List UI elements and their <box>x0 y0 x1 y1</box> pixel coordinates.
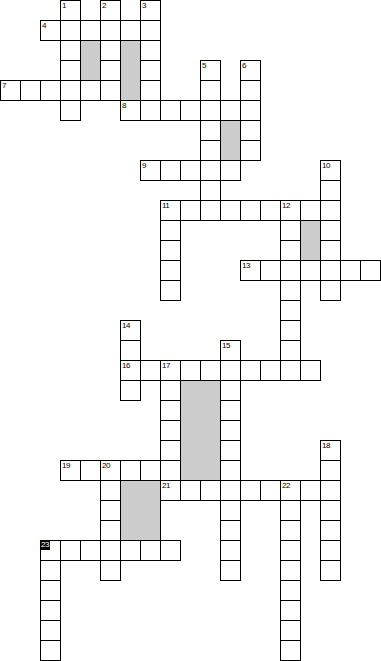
clue-number: 5 <box>202 62 206 70</box>
cell[interactable] <box>240 120 261 141</box>
cell[interactable] <box>200 180 221 201</box>
cell[interactable] <box>200 100 221 121</box>
cell[interactable] <box>340 260 361 281</box>
cell[interactable] <box>20 80 41 101</box>
cell[interactable] <box>320 180 341 201</box>
cell[interactable] <box>200 80 221 101</box>
cell[interactable] <box>60 100 81 121</box>
clue-number: 9 <box>142 162 146 170</box>
clue-number: 14 <box>122 322 130 330</box>
shaded-block <box>300 220 321 261</box>
clue-number: 13 <box>242 262 250 270</box>
cell[interactable] <box>140 460 161 481</box>
cell[interactable] <box>160 220 181 241</box>
clue-number: 18 <box>322 442 330 450</box>
cell[interactable] <box>300 480 321 501</box>
cell[interactable] <box>140 80 161 101</box>
cell[interactable] <box>120 380 141 401</box>
cell[interactable] <box>160 260 181 281</box>
cell[interactable] <box>200 200 221 221</box>
cell[interactable] <box>40 640 61 661</box>
cell[interactable] <box>200 120 221 141</box>
cell[interactable] <box>100 540 121 561</box>
clue-number: 8 <box>122 102 126 110</box>
cell[interactable] <box>360 260 381 281</box>
cell[interactable] <box>80 460 101 481</box>
cell[interactable] <box>320 220 341 241</box>
clue-number: 3 <box>142 2 146 10</box>
cell[interactable] <box>160 240 181 261</box>
cell[interactable] <box>60 40 81 61</box>
cell[interactable] <box>260 200 281 221</box>
cell[interactable] <box>280 520 301 541</box>
cell[interactable] <box>300 260 321 281</box>
cell[interactable] <box>160 420 181 441</box>
cell[interactable] <box>240 100 261 121</box>
cell[interactable] <box>160 540 181 561</box>
clue-number: 12 <box>282 202 290 210</box>
cell[interactable] <box>320 280 341 301</box>
shaded-block <box>120 40 141 101</box>
cell[interactable] <box>280 500 301 521</box>
cell[interactable] <box>320 540 341 561</box>
cell[interactable] <box>200 480 221 501</box>
cell[interactable] <box>100 500 121 521</box>
clue-number: 10 <box>322 162 330 170</box>
cell[interactable] <box>100 520 121 541</box>
cell[interactable] <box>80 540 101 561</box>
clue-number: 19 <box>62 462 70 470</box>
cell[interactable] <box>160 100 181 121</box>
cell[interactable] <box>280 620 301 641</box>
cell[interactable] <box>180 200 201 221</box>
cell[interactable] <box>40 580 61 601</box>
cell[interactable] <box>60 60 81 81</box>
cell[interactable] <box>320 480 341 501</box>
clue-number: 11 <box>162 202 169 210</box>
cell[interactable] <box>120 20 141 41</box>
cell[interactable] <box>120 540 141 561</box>
cell[interactable] <box>200 160 221 181</box>
cell[interactable] <box>160 400 181 421</box>
cell[interactable] <box>80 80 101 101</box>
cell[interactable] <box>240 140 261 161</box>
cell[interactable] <box>180 360 201 381</box>
cell[interactable] <box>100 80 121 101</box>
cell[interactable] <box>220 520 241 541</box>
cell[interactable] <box>300 200 321 221</box>
cell[interactable] <box>220 500 241 521</box>
cell[interactable] <box>320 200 341 221</box>
cell[interactable] <box>280 540 301 561</box>
cell[interactable] <box>100 60 121 81</box>
clue-number: 21 <box>162 482 170 490</box>
cell[interactable] <box>160 380 181 401</box>
cell[interactable] <box>160 440 181 461</box>
cell[interactable] <box>200 140 221 161</box>
cell[interactable] <box>180 100 201 121</box>
cell[interactable] <box>220 100 241 121</box>
cell[interactable] <box>40 620 61 641</box>
cell[interactable] <box>240 360 261 381</box>
cell[interactable] <box>40 80 61 101</box>
cell[interactable] <box>140 40 161 61</box>
cell[interactable] <box>40 600 61 621</box>
cell[interactable] <box>220 480 241 501</box>
cell[interactable] <box>120 460 141 481</box>
cell[interactable] <box>160 160 181 181</box>
cell[interactable] <box>80 20 101 41</box>
cell[interactable] <box>220 400 241 421</box>
cell[interactable] <box>100 20 121 41</box>
clue-number: 16 <box>122 362 130 370</box>
cell[interactable] <box>220 420 241 441</box>
cell[interactable] <box>140 540 161 561</box>
cell[interactable] <box>220 380 241 401</box>
cell[interactable] <box>100 480 121 501</box>
clue-number: 22 <box>282 482 290 490</box>
cell[interactable] <box>280 600 301 621</box>
cell[interactable] <box>320 560 341 581</box>
cell[interactable] <box>280 240 301 261</box>
cell[interactable] <box>40 560 61 581</box>
cell[interactable] <box>160 280 181 301</box>
cell[interactable] <box>240 480 261 501</box>
cell[interactable] <box>320 260 341 281</box>
crossword-board: 1234567891011121314151617181920212223 <box>0 0 381 661</box>
cell[interactable] <box>220 360 241 381</box>
shaded-block <box>80 40 101 81</box>
cell[interactable] <box>160 460 181 481</box>
clue-number: 4 <box>42 22 46 30</box>
cell[interactable] <box>120 340 141 361</box>
cell[interactable] <box>280 220 301 241</box>
cell[interactable] <box>280 300 301 321</box>
cell[interactable] <box>280 260 301 281</box>
cell[interactable] <box>280 640 301 661</box>
clue-number: 1 <box>62 2 66 10</box>
cell[interactable] <box>240 200 261 221</box>
shaded-block <box>220 120 241 161</box>
cell[interactable] <box>320 240 341 261</box>
cell[interactable] <box>260 480 281 501</box>
clue-number: 17 <box>162 362 170 370</box>
cell[interactable] <box>140 60 161 81</box>
clue-number: 20 <box>102 462 110 470</box>
cell[interactable] <box>220 440 241 461</box>
cell[interactable] <box>240 80 261 101</box>
cell[interactable] <box>280 280 301 301</box>
cell[interactable] <box>320 500 341 521</box>
cell[interactable] <box>140 360 161 381</box>
cell[interactable] <box>100 40 121 61</box>
cell[interactable] <box>100 560 121 581</box>
cell[interactable] <box>260 260 281 281</box>
cell[interactable] <box>200 360 221 381</box>
page: 1234567891011121314151617181920212223 <box>0 0 381 661</box>
cell[interactable] <box>280 340 301 361</box>
cell[interactable] <box>220 460 241 481</box>
cell[interactable] <box>300 360 321 381</box>
cell[interactable] <box>220 540 241 561</box>
cell[interactable] <box>220 200 241 221</box>
cell[interactable] <box>220 160 241 181</box>
cell[interactable] <box>280 560 301 581</box>
cell[interactable] <box>180 480 201 501</box>
cell[interactable] <box>320 460 341 481</box>
clue-number: 6 <box>242 62 246 70</box>
cell[interactable] <box>280 320 301 341</box>
cell[interactable] <box>280 580 301 601</box>
cell[interactable] <box>320 520 341 541</box>
cell[interactable] <box>60 540 81 561</box>
shaded-block <box>180 380 221 481</box>
clue-number: 7 <box>2 82 6 90</box>
cell[interactable] <box>60 20 81 41</box>
clue-number: 23 <box>41 541 50 550</box>
shaded-block <box>120 480 161 541</box>
cell[interactable] <box>180 160 201 181</box>
cell[interactable] <box>280 360 301 381</box>
clue-number: 15 <box>222 342 230 350</box>
cell[interactable] <box>60 80 81 101</box>
cell[interactable] <box>140 100 161 121</box>
cell[interactable] <box>220 560 241 581</box>
cell[interactable] <box>260 360 281 381</box>
clue-number: 2 <box>102 2 106 10</box>
cell[interactable] <box>140 20 161 41</box>
